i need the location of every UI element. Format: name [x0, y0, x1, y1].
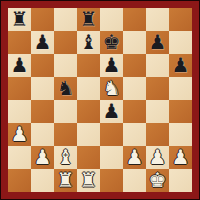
square-f1[interactable]: [123, 169, 146, 192]
black-pawn-icon: ♟: [8, 54, 31, 77]
square-f2[interactable]: ♟: [123, 146, 146, 169]
square-g1[interactable]: ♚: [146, 169, 169, 192]
square-b1[interactable]: [31, 169, 54, 192]
square-b2[interactable]: ♟: [31, 146, 54, 169]
white-bishop-icon: ♝: [54, 146, 77, 169]
square-d7[interactable]: ♝: [77, 31, 100, 54]
black-pawn-icon: ♟: [146, 31, 169, 54]
square-b4[interactable]: [31, 100, 54, 123]
black-pawn-icon: ♟: [100, 100, 123, 123]
square-e6[interactable]: ♟: [100, 54, 123, 77]
square-g5[interactable]: [146, 77, 169, 100]
square-a2[interactable]: [8, 146, 31, 169]
square-c1[interactable]: ♜: [54, 169, 77, 192]
square-c2[interactable]: ♝: [54, 146, 77, 169]
square-a6[interactable]: ♟: [8, 54, 31, 77]
white-pawn-icon: ♟: [31, 146, 54, 169]
white-pawn-icon: ♟: [146, 146, 169, 169]
black-pawn-icon: ♟: [31, 31, 54, 54]
square-c5[interactable]: ♞: [54, 77, 77, 100]
square-d8[interactable]: ♜: [77, 8, 100, 31]
square-a1[interactable]: [8, 169, 31, 192]
white-rook-icon: ♜: [54, 169, 77, 192]
board-frame: ♜♜♟♝♚♟♟♟♟♞♞♟♟♟♝♟♟♟♜♜♚: [0, 0, 200, 200]
square-a3[interactable]: ♟: [8, 123, 31, 146]
square-e1[interactable]: [100, 169, 123, 192]
square-f6[interactable]: [123, 54, 146, 77]
square-h3[interactable]: [169, 123, 192, 146]
square-d3[interactable]: [77, 123, 100, 146]
black-rook-icon: ♜: [77, 8, 100, 31]
square-g7[interactable]: ♟: [146, 31, 169, 54]
square-h5[interactable]: [169, 77, 192, 100]
square-d5[interactable]: [77, 77, 100, 100]
square-h7[interactable]: [169, 31, 192, 54]
square-e5[interactable]: ♞: [100, 77, 123, 100]
white-pawn-icon: ♟: [123, 146, 146, 169]
white-pawn-icon: ♟: [8, 123, 31, 146]
white-pawn-icon: ♟: [169, 146, 192, 169]
square-b5[interactable]: [31, 77, 54, 100]
black-rook-icon: ♜: [8, 8, 31, 31]
white-rook-icon: ♜: [77, 169, 100, 192]
square-f3[interactable]: [123, 123, 146, 146]
square-h6[interactable]: ♟: [169, 54, 192, 77]
black-bishop-icon: ♝: [77, 31, 100, 54]
black-king-icon: ♚: [100, 31, 123, 54]
white-knight-icon: ♞: [100, 77, 123, 100]
chess-board: ♜♜♟♝♚♟♟♟♟♞♞♟♟♟♝♟♟♟♜♜♚: [8, 8, 192, 192]
square-f8[interactable]: [123, 8, 146, 31]
square-c6[interactable]: [54, 54, 77, 77]
square-f7[interactable]: [123, 31, 146, 54]
square-g2[interactable]: ♟: [146, 146, 169, 169]
square-c7[interactable]: [54, 31, 77, 54]
square-g3[interactable]: [146, 123, 169, 146]
square-a4[interactable]: [8, 100, 31, 123]
square-e2[interactable]: [100, 146, 123, 169]
square-d6[interactable]: [77, 54, 100, 77]
square-a5[interactable]: [8, 77, 31, 100]
square-d1[interactable]: ♜: [77, 169, 100, 192]
square-b7[interactable]: ♟: [31, 31, 54, 54]
square-h4[interactable]: [169, 100, 192, 123]
square-b8[interactable]: [31, 8, 54, 31]
square-h1[interactable]: [169, 169, 192, 192]
square-g8[interactable]: [146, 8, 169, 31]
square-a7[interactable]: [8, 31, 31, 54]
square-e8[interactable]: [100, 8, 123, 31]
black-knight-icon: ♞: [54, 77, 77, 100]
square-b3[interactable]: [31, 123, 54, 146]
square-e7[interactable]: ♚: [100, 31, 123, 54]
black-pawn-icon: ♟: [169, 54, 192, 77]
square-e4[interactable]: ♟: [100, 100, 123, 123]
square-c3[interactable]: [54, 123, 77, 146]
square-a8[interactable]: ♜: [8, 8, 31, 31]
square-d2[interactable]: [77, 146, 100, 169]
square-b6[interactable]: [31, 54, 54, 77]
square-f5[interactable]: [123, 77, 146, 100]
square-e3[interactable]: [100, 123, 123, 146]
square-f4[interactable]: [123, 100, 146, 123]
square-c4[interactable]: [54, 100, 77, 123]
white-king-icon: ♚: [146, 169, 169, 192]
square-g6[interactable]: [146, 54, 169, 77]
square-c8[interactable]: [54, 8, 77, 31]
square-h2[interactable]: ♟: [169, 146, 192, 169]
black-pawn-icon: ♟: [100, 54, 123, 77]
square-g4[interactable]: [146, 100, 169, 123]
square-d4[interactable]: [77, 100, 100, 123]
square-h8[interactable]: [169, 8, 192, 31]
